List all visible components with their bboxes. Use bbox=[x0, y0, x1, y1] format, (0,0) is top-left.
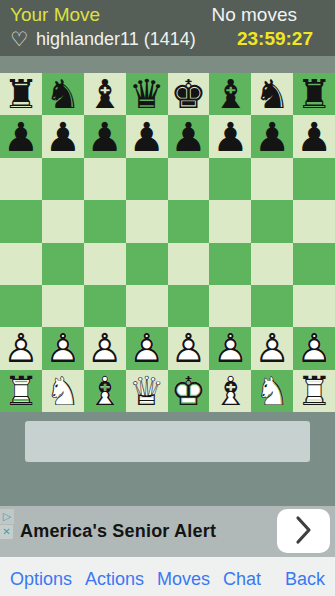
piece-black-pawn: ♟ bbox=[168, 115, 210, 157]
square-d4[interactable] bbox=[126, 243, 168, 285]
chess-app-screen: Your Move No moves ♡ highlander11 (1414)… bbox=[0, 0, 335, 596]
piece-white-rook: ♜♖ bbox=[293, 370, 335, 412]
square-b3[interactable] bbox=[42, 285, 84, 327]
square-f6[interactable] bbox=[209, 158, 251, 200]
piece-white-bishop: ♝♗ bbox=[84, 370, 126, 412]
actions-button[interactable]: Actions bbox=[85, 569, 144, 590]
square-e5[interactable] bbox=[168, 200, 210, 242]
piece-black-rook: ♜ bbox=[0, 73, 42, 115]
ad-open-button[interactable] bbox=[277, 509, 330, 553]
ad-banner[interactable]: ▷ ✕ America's Senior Alert bbox=[0, 506, 335, 557]
square-b2[interactable]: ♟♙ bbox=[42, 327, 84, 369]
square-e6[interactable] bbox=[168, 158, 210, 200]
square-e3[interactable] bbox=[168, 285, 210, 327]
square-h2[interactable]: ♟♙ bbox=[293, 327, 335, 369]
piece-white-pawn: ♟♙ bbox=[251, 327, 293, 369]
square-a4[interactable] bbox=[0, 243, 42, 285]
piece-white-king: ♚♔ bbox=[168, 370, 210, 412]
status-row: Your Move No moves bbox=[10, 4, 325, 26]
opponent-name-rating: highlander11 (1414) bbox=[36, 29, 196, 50]
square-h6[interactable] bbox=[293, 158, 335, 200]
square-c5[interactable] bbox=[84, 200, 126, 242]
piece-white-pawn: ♟♙ bbox=[168, 327, 210, 369]
square-d6[interactable] bbox=[126, 158, 168, 200]
square-h7[interactable]: ♟ bbox=[293, 115, 335, 157]
piece-black-bishop: ♝ bbox=[209, 73, 251, 115]
ad-close-icon[interactable]: ✕ bbox=[0, 525, 13, 539]
back-button[interactable]: Back bbox=[285, 569, 325, 590]
piece-black-knight: ♞ bbox=[42, 73, 84, 115]
square-b7[interactable]: ♟ bbox=[42, 115, 84, 157]
piece-black-pawn: ♟ bbox=[209, 115, 251, 157]
square-h1[interactable]: ♜♖ bbox=[293, 370, 335, 412]
square-d1[interactable]: ♛♕ bbox=[126, 370, 168, 412]
chevron-right-icon bbox=[295, 515, 313, 548]
piece-white-pawn: ♟♙ bbox=[209, 327, 251, 369]
piece-white-pawn: ♟♙ bbox=[293, 327, 335, 369]
square-c6[interactable] bbox=[84, 158, 126, 200]
piece-white-bishop: ♝♗ bbox=[209, 370, 251, 412]
piece-black-pawn: ♟ bbox=[251, 115, 293, 157]
piece-white-queen: ♛♕ bbox=[126, 370, 168, 412]
message-input[interactable] bbox=[25, 421, 310, 462]
piece-black-pawn: ♟ bbox=[42, 115, 84, 157]
options-button[interactable]: Options bbox=[10, 569, 72, 590]
square-g3[interactable] bbox=[251, 285, 293, 327]
favorite-heart-icon[interactable]: ♡ bbox=[10, 29, 28, 49]
piece-white-rook: ♜♖ bbox=[0, 370, 42, 412]
square-f7[interactable]: ♟ bbox=[209, 115, 251, 157]
piece-white-knight: ♞♘ bbox=[42, 370, 84, 412]
player-row: ♡ highlander11 (1414) 23:59:27 bbox=[10, 28, 325, 50]
below-board-area bbox=[0, 421, 335, 506]
square-g2[interactable]: ♟♙ bbox=[251, 327, 293, 369]
square-f2[interactable]: ♟♙ bbox=[209, 327, 251, 369]
piece-black-rook: ♜ bbox=[293, 73, 335, 115]
square-e8[interactable]: ♚ bbox=[168, 73, 210, 115]
piece-white-knight: ♞♘ bbox=[251, 370, 293, 412]
square-h5[interactable] bbox=[293, 200, 335, 242]
square-c8[interactable]: ♝ bbox=[84, 73, 126, 115]
square-b4[interactable] bbox=[42, 243, 84, 285]
square-a1[interactable]: ♜♖ bbox=[0, 370, 42, 412]
square-e2[interactable]: ♟♙ bbox=[168, 327, 210, 369]
square-e4[interactable] bbox=[168, 243, 210, 285]
moves-info: No moves bbox=[211, 4, 297, 26]
square-b1[interactable]: ♞♘ bbox=[42, 370, 84, 412]
piece-black-knight: ♞ bbox=[251, 73, 293, 115]
square-a7[interactable]: ♟ bbox=[0, 115, 42, 157]
square-h4[interactable] bbox=[293, 243, 335, 285]
piece-black-pawn: ♟ bbox=[126, 115, 168, 157]
square-g4[interactable] bbox=[251, 243, 293, 285]
square-h8[interactable]: ♜ bbox=[293, 73, 335, 115]
ad-text[interactable]: America's Senior Alert bbox=[20, 521, 216, 542]
piece-black-bishop: ♝ bbox=[84, 73, 126, 115]
status-bar: Your Move No moves ♡ highlander11 (1414)… bbox=[0, 0, 335, 56]
board-top-gap bbox=[0, 56, 335, 73]
piece-black-pawn: ♟ bbox=[0, 115, 42, 157]
chat-button[interactable]: Chat bbox=[223, 569, 261, 590]
piece-white-pawn: ♟♙ bbox=[0, 327, 42, 369]
square-c1[interactable]: ♝♗ bbox=[84, 370, 126, 412]
square-f3[interactable] bbox=[209, 285, 251, 327]
square-e1[interactable]: ♚♔ bbox=[168, 370, 210, 412]
square-d8[interactable]: ♛ bbox=[126, 73, 168, 115]
square-c7[interactable]: ♟ bbox=[84, 115, 126, 157]
bottom-toolbar: Options Actions Moves Chat Back bbox=[0, 557, 335, 596]
square-g7[interactable]: ♟ bbox=[251, 115, 293, 157]
square-g1[interactable]: ♞♘ bbox=[251, 370, 293, 412]
piece-white-pawn: ♟♙ bbox=[42, 327, 84, 369]
square-b5[interactable] bbox=[42, 200, 84, 242]
piece-white-pawn: ♟♙ bbox=[126, 327, 168, 369]
square-a6[interactable] bbox=[0, 158, 42, 200]
square-a3[interactable] bbox=[0, 285, 42, 327]
chess-board: ♜♞♝♛♚♝♞♜♟♟♟♟♟♟♟♟♟♙♟♙♟♙♟♙♟♙♟♙♟♙♟♙♜♖♞♘♝♗♛♕… bbox=[0, 73, 335, 412]
square-a2[interactable]: ♟♙ bbox=[0, 327, 42, 369]
square-b6[interactable] bbox=[42, 158, 84, 200]
adchoices-icon[interactable]: ▷ bbox=[0, 509, 14, 524]
square-f1[interactable]: ♝♗ bbox=[209, 370, 251, 412]
clock: 23:59:27 bbox=[237, 28, 313, 50]
square-g5[interactable] bbox=[251, 200, 293, 242]
square-a8[interactable]: ♜ bbox=[0, 73, 42, 115]
square-e7[interactable]: ♟ bbox=[168, 115, 210, 157]
turn-status: Your Move bbox=[10, 4, 100, 26]
piece-black-pawn: ♟ bbox=[84, 115, 126, 157]
square-d7[interactable]: ♟ bbox=[126, 115, 168, 157]
square-f8[interactable]: ♝ bbox=[209, 73, 251, 115]
square-c2[interactable]: ♟♙ bbox=[84, 327, 126, 369]
square-d3[interactable] bbox=[126, 285, 168, 327]
square-f4[interactable] bbox=[209, 243, 251, 285]
moves-button[interactable]: Moves bbox=[157, 569, 210, 590]
square-c3[interactable] bbox=[84, 285, 126, 327]
square-g8[interactable]: ♞ bbox=[251, 73, 293, 115]
piece-white-pawn: ♟♙ bbox=[84, 327, 126, 369]
square-b8[interactable]: ♞ bbox=[42, 73, 84, 115]
square-h3[interactable] bbox=[293, 285, 335, 327]
square-c4[interactable] bbox=[84, 243, 126, 285]
piece-black-pawn: ♟ bbox=[293, 115, 335, 157]
square-f5[interactable] bbox=[209, 200, 251, 242]
square-a5[interactable] bbox=[0, 200, 42, 242]
square-d2[interactable]: ♟♙ bbox=[126, 327, 168, 369]
square-g6[interactable] bbox=[251, 158, 293, 200]
piece-black-king: ♚ bbox=[168, 73, 210, 115]
square-d5[interactable] bbox=[126, 200, 168, 242]
piece-black-queen: ♛ bbox=[126, 73, 168, 115]
